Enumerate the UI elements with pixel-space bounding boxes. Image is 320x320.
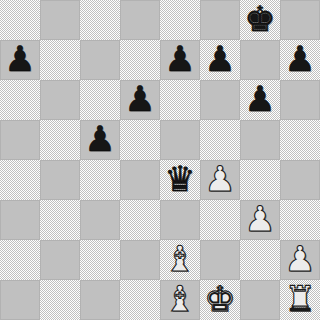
square-c5[interactable]: ♟ <box>80 120 120 160</box>
square-g8[interactable]: ♚ <box>240 0 280 40</box>
square-b3[interactable] <box>40 200 80 240</box>
square-c1[interactable] <box>80 280 120 320</box>
square-b4[interactable] <box>40 160 80 200</box>
square-g6[interactable]: ♟ <box>240 80 280 120</box>
piece-black-pawn: ♟ <box>124 80 155 119</box>
piece-black-pawn: ♟ <box>164 40 195 79</box>
piece-black-pawn: ♟ <box>204 40 235 79</box>
square-g3[interactable]: ♟ <box>240 200 280 240</box>
square-d7[interactable] <box>120 40 160 80</box>
square-f7[interactable]: ♟ <box>200 40 240 80</box>
square-f1[interactable]: ♚ <box>200 280 240 320</box>
square-b6[interactable] <box>40 80 80 120</box>
piece-white-rook: ♜ <box>284 280 315 319</box>
square-f4[interactable]: ♟ <box>200 160 240 200</box>
square-h8[interactable] <box>280 0 320 40</box>
square-a4[interactable] <box>0 160 40 200</box>
square-e7[interactable]: ♟ <box>160 40 200 80</box>
square-c3[interactable] <box>80 200 120 240</box>
piece-white-pawn: ♟ <box>244 200 275 239</box>
piece-white-bishop: ♝ <box>164 280 195 319</box>
square-d6[interactable]: ♟ <box>120 80 160 120</box>
square-g2[interactable] <box>240 240 280 280</box>
square-h7[interactable]: ♟ <box>280 40 320 80</box>
square-d4[interactable] <box>120 160 160 200</box>
square-f2[interactable] <box>200 240 240 280</box>
square-e5[interactable] <box>160 120 200 160</box>
square-g5[interactable] <box>240 120 280 160</box>
square-h1[interactable]: ♜ <box>280 280 320 320</box>
square-a5[interactable] <box>0 120 40 160</box>
square-c8[interactable] <box>80 0 120 40</box>
square-f5[interactable] <box>200 120 240 160</box>
square-a6[interactable] <box>0 80 40 120</box>
square-d3[interactable] <box>120 200 160 240</box>
piece-black-queen: ♛ <box>164 160 195 199</box>
square-h3[interactable] <box>280 200 320 240</box>
square-a2[interactable] <box>0 240 40 280</box>
square-e1[interactable]: ♝ <box>160 280 200 320</box>
square-e3[interactable] <box>160 200 200 240</box>
piece-white-bishop: ♝ <box>164 240 195 279</box>
square-d2[interactable] <box>120 240 160 280</box>
square-b2[interactable] <box>40 240 80 280</box>
square-b7[interactable] <box>40 40 80 80</box>
piece-black-pawn: ♟ <box>284 40 315 79</box>
square-e4[interactable]: ♛ <box>160 160 200 200</box>
square-a3[interactable] <box>0 200 40 240</box>
square-d1[interactable] <box>120 280 160 320</box>
piece-black-king: ♚ <box>244 0 275 39</box>
square-h2[interactable]: ♟ <box>280 240 320 280</box>
square-d8[interactable] <box>120 0 160 40</box>
square-g1[interactable] <box>240 280 280 320</box>
square-b1[interactable] <box>40 280 80 320</box>
square-b8[interactable] <box>40 0 80 40</box>
square-a7[interactable]: ♟ <box>0 40 40 80</box>
piece-black-pawn: ♟ <box>84 120 115 159</box>
square-h6[interactable] <box>280 80 320 120</box>
square-c6[interactable] <box>80 80 120 120</box>
square-h5[interactable] <box>280 120 320 160</box>
chess-board: ♚♟♟♟♟♟♟♟♛♟♟♝♟♝♚♜ <box>0 0 320 320</box>
piece-white-king: ♚ <box>204 280 235 319</box>
square-f3[interactable] <box>200 200 240 240</box>
square-f8[interactable] <box>200 0 240 40</box>
square-g4[interactable] <box>240 160 280 200</box>
square-e6[interactable] <box>160 80 200 120</box>
square-d5[interactable] <box>120 120 160 160</box>
square-b5[interactable] <box>40 120 80 160</box>
square-g7[interactable] <box>240 40 280 80</box>
square-a8[interactable] <box>0 0 40 40</box>
piece-black-pawn: ♟ <box>244 80 275 119</box>
square-c2[interactable] <box>80 240 120 280</box>
piece-white-pawn: ♟ <box>284 240 315 279</box>
square-e2[interactable]: ♝ <box>160 240 200 280</box>
square-c7[interactable] <box>80 40 120 80</box>
square-f6[interactable] <box>200 80 240 120</box>
square-h4[interactable] <box>280 160 320 200</box>
piece-black-pawn: ♟ <box>4 40 35 79</box>
square-e8[interactable] <box>160 0 200 40</box>
piece-white-pawn: ♟ <box>204 160 235 199</box>
square-c4[interactable] <box>80 160 120 200</box>
square-a1[interactable] <box>0 280 40 320</box>
